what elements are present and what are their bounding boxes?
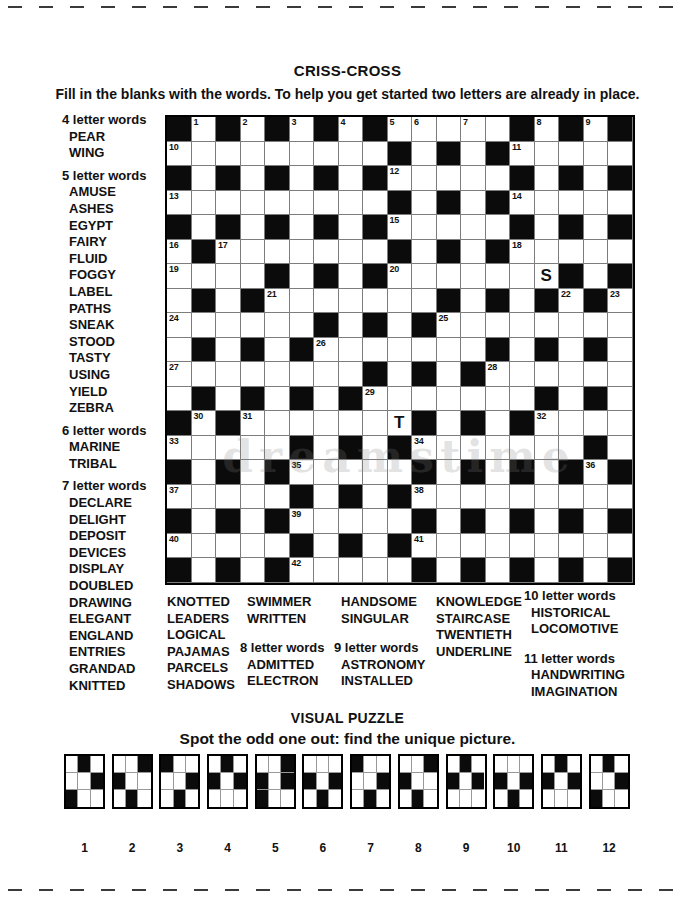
crossword-cell[interactable] <box>314 142 339 167</box>
crossword-cell[interactable] <box>192 558 217 583</box>
picture-option-3[interactable] <box>159 754 200 809</box>
picture-option-5[interactable] <box>255 754 296 809</box>
crossword-cell[interactable] <box>486 117 511 142</box>
crossword-cell[interactable] <box>363 338 388 363</box>
crossword-cell[interactable] <box>339 411 364 436</box>
crossword-cell[interactable] <box>608 313 633 338</box>
picture-option-6[interactable] <box>302 754 343 809</box>
picture-option-4[interactable] <box>207 754 248 809</box>
picture-option-9[interactable] <box>446 754 487 809</box>
crossword-cell[interactable] <box>535 436 560 461</box>
crossword-cell[interactable] <box>314 460 339 485</box>
crossword-cell[interactable] <box>486 534 511 559</box>
crossword-cell[interactable] <box>437 485 462 510</box>
crossword-cell[interactable] <box>535 558 560 583</box>
crossword-cell[interactable] <box>241 485 266 510</box>
crossword-cell[interactable] <box>437 534 462 559</box>
crossword-cell[interactable] <box>510 289 535 314</box>
crossword-cell[interactable] <box>216 142 241 167</box>
crossword-cell[interactable] <box>290 411 315 436</box>
crossword-cell[interactable] <box>241 460 266 485</box>
crossword-cell[interactable] <box>461 215 486 240</box>
crossword-cell[interactable] <box>339 240 364 265</box>
crossword-cell[interactable] <box>559 534 584 559</box>
crossword-cell[interactable] <box>192 460 217 485</box>
picture-option-11[interactable] <box>541 754 582 809</box>
crossword-cell[interactable] <box>265 411 290 436</box>
crossword-cell[interactable]: 13 <box>167 191 192 216</box>
crossword-cell[interactable] <box>559 436 584 461</box>
crossword-cell[interactable]: 24 <box>167 313 192 338</box>
crossword-cell[interactable] <box>314 191 339 216</box>
crossword-cell[interactable] <box>437 460 462 485</box>
crossword-cell[interactable] <box>167 387 192 412</box>
crossword-cell[interactable] <box>192 362 217 387</box>
crossword-cell[interactable] <box>486 166 511 191</box>
crossword-cell[interactable] <box>510 534 535 559</box>
crossword-cell[interactable] <box>437 117 462 142</box>
crossword-cell[interactable] <box>339 460 364 485</box>
crossword-cell[interactable] <box>314 436 339 461</box>
crossword-cell[interactable] <box>559 313 584 338</box>
crossword-cell[interactable] <box>314 240 339 265</box>
crossword-cell[interactable] <box>192 534 217 559</box>
crossword-cell[interactable] <box>608 436 633 461</box>
crossword-cell[interactable] <box>192 215 217 240</box>
crossword-cell[interactable] <box>584 142 609 167</box>
picture-option-8[interactable] <box>398 754 439 809</box>
crossword-cell[interactable] <box>437 509 462 534</box>
crossword-cell[interactable] <box>314 387 339 412</box>
crossword-cell[interactable]: 21 <box>265 289 290 314</box>
crossword-cell[interactable] <box>216 338 241 363</box>
crossword-cell[interactable] <box>241 142 266 167</box>
crossword-cell[interactable]: T <box>388 411 413 436</box>
crossword-cell[interactable] <box>608 338 633 363</box>
crossword-cell[interactable] <box>608 387 633 412</box>
crossword-cell[interactable] <box>584 534 609 559</box>
crossword-cell[interactable] <box>363 558 388 583</box>
crossword-cell[interactable] <box>314 289 339 314</box>
mini-cell <box>555 790 567 807</box>
crossword-cell[interactable] <box>265 191 290 216</box>
crossword-cell[interactable] <box>290 240 315 265</box>
crossword-cell[interactable] <box>535 240 560 265</box>
crossword-cell[interactable] <box>388 509 413 534</box>
picture-option-7[interactable] <box>350 754 391 809</box>
crossword-cell[interactable] <box>216 387 241 412</box>
crossword-cell[interactable] <box>559 362 584 387</box>
crossword-black-cell <box>167 558 192 583</box>
crossword-cell[interactable] <box>192 485 217 510</box>
crossword-cell[interactable] <box>559 411 584 436</box>
crossword-cell[interactable] <box>437 338 462 363</box>
mini-cell <box>352 790 364 807</box>
crossword-cell[interactable] <box>363 485 388 510</box>
crossword-cell[interactable] <box>608 534 633 559</box>
mini-cell <box>161 790 173 807</box>
crossword-cell[interactable] <box>412 215 437 240</box>
crossword-cell[interactable] <box>535 485 560 510</box>
crossword-cell[interactable]: 2 <box>241 117 266 142</box>
crossword-cell[interactable] <box>241 166 266 191</box>
crossword-cell[interactable]: 15 <box>388 215 413 240</box>
crossword-cell[interactable] <box>461 142 486 167</box>
crossword-cell[interactable] <box>388 460 413 485</box>
crossword-cell[interactable]: 40 <box>167 534 192 559</box>
crossword-cell[interactable] <box>608 485 633 510</box>
crossword-cell[interactable] <box>584 240 609 265</box>
crossword-cell[interactable] <box>241 215 266 240</box>
word-item: TRIBAL <box>62 456 164 473</box>
word-item: SWIMMER <box>240 594 325 611</box>
crossword-cell[interactable] <box>241 534 266 559</box>
crossword-cell[interactable] <box>486 387 511 412</box>
crossword-cell[interactable] <box>584 215 609 240</box>
crossword-cell[interactable] <box>559 240 584 265</box>
crossword-cell[interactable] <box>339 509 364 534</box>
crossword-cell[interactable]: 4 <box>339 117 364 142</box>
crossword-cell[interactable]: 27 <box>167 362 192 387</box>
crossword-cell[interactable] <box>437 362 462 387</box>
crossword-cell[interactable] <box>535 191 560 216</box>
crossword-cell[interactable] <box>363 534 388 559</box>
crossword-cell[interactable] <box>388 387 413 412</box>
crossword-cell[interactable]: 16 <box>167 240 192 265</box>
crossword-cell[interactable] <box>167 338 192 363</box>
crossword-cell[interactable] <box>584 362 609 387</box>
crossword-cell[interactable] <box>314 485 339 510</box>
crossword-cell[interactable]: 3 <box>290 117 315 142</box>
crossword-cell[interactable] <box>363 289 388 314</box>
crossword-cell[interactable] <box>265 313 290 338</box>
crossword-cell[interactable]: 36 <box>584 460 609 485</box>
crossword-cell[interactable] <box>216 362 241 387</box>
crossword-cell[interactable] <box>363 411 388 436</box>
crossword-cell[interactable] <box>339 558 364 583</box>
mini-cell <box>257 756 269 773</box>
crossword-cell[interactable]: 20 <box>388 264 413 289</box>
crossword-cell[interactable] <box>412 338 437 363</box>
crossword-cell[interactable] <box>363 142 388 167</box>
crossword-cell[interactable] <box>241 240 266 265</box>
crossword-cell[interactable] <box>486 436 511 461</box>
crossword-cell[interactable] <box>339 142 364 167</box>
crossword-cell[interactable]: 11 <box>510 142 535 167</box>
crossword-cell[interactable] <box>290 313 315 338</box>
crossword-cell[interactable] <box>339 289 364 314</box>
crossword-cell[interactable] <box>535 166 560 191</box>
crossword-cell[interactable] <box>314 411 339 436</box>
crossword-cell[interactable] <box>412 166 437 191</box>
crossword-cell[interactable] <box>437 558 462 583</box>
crossword-cell[interactable] <box>412 240 437 265</box>
crossword-cell[interactable] <box>216 313 241 338</box>
crossword-cell[interactable] <box>437 215 462 240</box>
crossword-cell[interactable]: 41 <box>412 534 437 559</box>
crossword-cell[interactable] <box>167 289 192 314</box>
mini-cell <box>91 773 103 790</box>
crossword-cell[interactable] <box>290 215 315 240</box>
crossword-cell[interactable] <box>535 142 560 167</box>
crossword-cell[interactable] <box>461 240 486 265</box>
crossword-black-cell <box>608 215 633 240</box>
crossword-cell[interactable] <box>339 191 364 216</box>
crossword-cell[interactable] <box>265 485 290 510</box>
crossword-cell[interactable] <box>608 411 633 436</box>
crossword-cell[interactable] <box>486 264 511 289</box>
crossword-cell[interactable]: 12 <box>388 166 413 191</box>
crossword-cell[interactable] <box>339 264 364 289</box>
crossword-cell[interactable] <box>584 485 609 510</box>
crossword-cell[interactable] <box>314 509 339 534</box>
crossword-cell[interactable] <box>461 264 486 289</box>
crossword-cell[interactable] <box>290 166 315 191</box>
mini-cell <box>281 756 293 773</box>
crossword-black-cell <box>608 460 633 485</box>
crossword-cell[interactable] <box>290 362 315 387</box>
crossword-cell[interactable]: 14 <box>510 191 535 216</box>
crossword-cell[interactable] <box>192 509 217 534</box>
crossword-black-cell <box>608 509 633 534</box>
crossword-cell[interactable] <box>559 142 584 167</box>
crossword-cell[interactable] <box>192 264 217 289</box>
crossword-cell[interactable]: 32 <box>535 411 560 436</box>
crossword-cell[interactable] <box>486 509 511 534</box>
crossword-cell[interactable]: 37 <box>167 485 192 510</box>
crossword-cell[interactable] <box>388 313 413 338</box>
crossword-cell[interactable] <box>388 558 413 583</box>
crossword-cell[interactable] <box>265 436 290 461</box>
crossword-cell[interactable] <box>510 264 535 289</box>
crossword-cell[interactable] <box>241 436 266 461</box>
picture-option-10[interactable] <box>493 754 534 809</box>
crossword-cell[interactable] <box>192 166 217 191</box>
crossword-cell[interactable] <box>290 142 315 167</box>
crossword-cell[interactable] <box>584 509 609 534</box>
crossword-cell[interactable] <box>265 142 290 167</box>
picture-option-2[interactable] <box>112 754 153 809</box>
crossword-cell[interactable] <box>535 509 560 534</box>
crossword-cell[interactable] <box>314 534 339 559</box>
crossword-cell[interactable]: 9 <box>584 117 609 142</box>
crossword-cell[interactable] <box>584 166 609 191</box>
mini-cell <box>269 756 281 773</box>
crossword-cell[interactable] <box>584 191 609 216</box>
crossword-cell[interactable] <box>241 313 266 338</box>
crossword-black-cell <box>265 264 290 289</box>
crossword-black-cell <box>559 558 584 583</box>
crossword-cell[interactable] <box>486 313 511 338</box>
crossword-cell[interactable] <box>216 264 241 289</box>
crossword-cell[interactable] <box>314 362 339 387</box>
crossword-cell[interactable] <box>363 191 388 216</box>
crossword-cell[interactable] <box>363 240 388 265</box>
crossword-cell[interactable] <box>412 289 437 314</box>
crossword-cell[interactable] <box>412 387 437 412</box>
mini-cell <box>269 773 281 790</box>
crossword-cell[interactable] <box>437 166 462 191</box>
crossword-cell[interactable] <box>461 436 486 461</box>
crossword-cell[interactable]: 6 <box>412 117 437 142</box>
crossword-cell[interactable] <box>510 313 535 338</box>
crossword-cell[interactable] <box>412 264 437 289</box>
mini-cell <box>174 790 186 807</box>
crossword-cell[interactable] <box>584 313 609 338</box>
crossword-cell[interactable] <box>461 191 486 216</box>
crossword-cell[interactable] <box>510 436 535 461</box>
crossword-cell[interactable] <box>241 191 266 216</box>
crossword-cell[interactable] <box>437 411 462 436</box>
crossword-black-cell <box>241 387 266 412</box>
crossword-cell[interactable] <box>339 215 364 240</box>
crossword-cell[interactable]: 38 <box>412 485 437 510</box>
crossword-cell[interactable]: 1 <box>192 117 217 142</box>
crossword-cell[interactable] <box>241 558 266 583</box>
crossword-cell[interactable] <box>486 558 511 583</box>
crossword-cell[interactable] <box>486 215 511 240</box>
crossword-cell[interactable] <box>290 289 315 314</box>
crossword-cell[interactable] <box>412 142 437 167</box>
crossword-cell[interactable] <box>608 362 633 387</box>
crossword-cell[interactable]: 42 <box>290 558 315 583</box>
picture-option-number: 4 <box>207 841 248 855</box>
crossword-cell[interactable]: 39 <box>290 509 315 534</box>
crossword-cell[interactable]: 25 <box>437 313 462 338</box>
crossword-cell[interactable] <box>437 264 462 289</box>
crossword-cell[interactable] <box>461 289 486 314</box>
crossword-cell[interactable] <box>486 411 511 436</box>
crossword-cell[interactable] <box>192 313 217 338</box>
crossword-cell[interactable] <box>339 166 364 191</box>
crossword-cell[interactable]: 18 <box>510 240 535 265</box>
crossword-cell[interactable] <box>290 264 315 289</box>
crossword-black-cell <box>559 509 584 534</box>
word-item: USING <box>62 367 164 384</box>
picture-option-1[interactable] <box>64 754 105 809</box>
crossword-cell[interactable] <box>339 362 364 387</box>
crossword-cell[interactable] <box>216 436 241 461</box>
crossword-cell[interactable] <box>265 338 290 363</box>
crossword-cell[interactable] <box>265 362 290 387</box>
crossword-cell[interactable] <box>461 534 486 559</box>
crossword-cell[interactable] <box>216 485 241 510</box>
crossword-cell[interactable]: 17 <box>216 240 241 265</box>
crossword-cell[interactable] <box>388 338 413 363</box>
picture-option-number: 9 <box>446 841 487 855</box>
crossword-cell[interactable] <box>265 534 290 559</box>
mini-cell <box>221 756 233 773</box>
crossword-cell[interactable]: 30 <box>192 411 217 436</box>
crossword-cell[interactable] <box>388 362 413 387</box>
crossword-cell[interactable] <box>339 313 364 338</box>
crossword-cell[interactable] <box>192 142 217 167</box>
crossword-cell[interactable] <box>608 240 633 265</box>
word-item: FOGGY <box>62 267 164 284</box>
crossword-cell[interactable] <box>559 485 584 510</box>
crossword-cell[interactable]: 10 <box>167 142 192 167</box>
crossword-cell[interactable] <box>510 362 535 387</box>
crossword-grid[interactable]: 1234567891011121314151617181920S21222324… <box>165 115 635 585</box>
crossword-cell[interactable] <box>535 362 560 387</box>
crossword-cell[interactable] <box>241 362 266 387</box>
crossword-cell[interactable] <box>535 215 560 240</box>
crossword-cell[interactable] <box>412 191 437 216</box>
crossword-cell[interactable] <box>461 485 486 510</box>
crossword-cell[interactable] <box>192 191 217 216</box>
crossword-cell[interactable] <box>437 436 462 461</box>
crossword-cell[interactable]: 35 <box>290 460 315 485</box>
crossword-black-cell <box>216 117 241 142</box>
crossword-cell[interactable]: 31 <box>241 411 266 436</box>
crossword-cell[interactable] <box>584 264 609 289</box>
crossword-cell[interactable] <box>461 338 486 363</box>
crossword-cell[interactable] <box>241 509 266 534</box>
crossword-cell[interactable] <box>559 338 584 363</box>
crossword-cell[interactable]: S <box>535 264 560 289</box>
crossword-cell[interactable] <box>388 289 413 314</box>
crossword-cell[interactable] <box>535 534 560 559</box>
mini-cell <box>78 790 90 807</box>
crossword-cell[interactable] <box>535 313 560 338</box>
crossword-cell[interactable]: 26 <box>314 338 339 363</box>
crossword-cell[interactable] <box>216 191 241 216</box>
crossword-cell[interactable]: 28 <box>486 362 511 387</box>
crossword-cell[interactable] <box>559 387 584 412</box>
crossword-cell[interactable] <box>265 240 290 265</box>
crossword-cell[interactable] <box>437 387 462 412</box>
crossword-cell[interactable] <box>241 264 266 289</box>
crossword-cell[interactable] <box>265 387 290 412</box>
crossword-cell[interactable] <box>363 509 388 534</box>
crossword-cell[interactable]: 8 <box>535 117 560 142</box>
crossword-cell[interactable] <box>339 338 364 363</box>
crossword-cell[interactable] <box>461 166 486 191</box>
crossword-cell[interactable]: 5 <box>388 117 413 142</box>
crossword-cell[interactable] <box>216 534 241 559</box>
crossword-cell[interactable]: 22 <box>559 289 584 314</box>
crossword-cell[interactable]: 23 <box>608 289 633 314</box>
crossword-cell[interactable] <box>608 142 633 167</box>
crossword-cell[interactable] <box>363 436 388 461</box>
crossword-cell[interactable] <box>510 485 535 510</box>
crossword-cell[interactable]: 19 <box>167 264 192 289</box>
picture-option-12[interactable] <box>589 754 630 809</box>
crossword-cell[interactable] <box>363 460 388 485</box>
crossword-cell[interactable] <box>584 558 609 583</box>
crossword-cell[interactable]: 29 <box>363 387 388 412</box>
crossword-cell[interactable] <box>486 460 511 485</box>
crossword-cell[interactable] <box>192 436 217 461</box>
mini-cell <box>161 756 173 773</box>
mini-cell <box>615 790 627 807</box>
crossword-cell[interactable] <box>535 460 560 485</box>
crossword-cell[interactable] <box>510 338 535 363</box>
crossword-cell[interactable] <box>584 411 609 436</box>
crossword-cell[interactable]: 7 <box>461 117 486 142</box>
crossword-cell[interactable] <box>510 387 535 412</box>
crossword-cell[interactable] <box>461 387 486 412</box>
crossword-cell[interactable] <box>486 485 511 510</box>
crossword-cell[interactable] <box>461 313 486 338</box>
crossword-cell[interactable] <box>559 191 584 216</box>
crossword-cell[interactable] <box>608 191 633 216</box>
crossword-cell[interactable] <box>216 289 241 314</box>
crossword-cell[interactable] <box>314 558 339 583</box>
crossword-cell[interactable] <box>290 191 315 216</box>
crossword-cell[interactable]: 34 <box>412 436 437 461</box>
crossword-cell[interactable]: 33 <box>167 436 192 461</box>
